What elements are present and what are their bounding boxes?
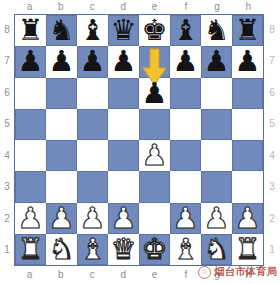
rank-label-1: 1 [0, 235, 14, 267]
file-label-e: e [139, 0, 170, 14]
square-b4[interactable] [46, 140, 77, 171]
piece-white-bishop[interactable]: ♝ [80, 234, 106, 265]
piece-white-pawn[interactable]: ♟ [235, 203, 261, 234]
square-g8[interactable]: ♞ [201, 15, 232, 46]
square-f7[interactable]: ♟ [170, 46, 201, 77]
square-a4[interactable] [15, 140, 46, 171]
piece-black-king[interactable]: ♚ [142, 15, 168, 46]
piece-black-pawn[interactable]: ♟ [204, 46, 230, 77]
chess-diagram: abcdefgh abcdefgh 87654321 87654321 ♜♞♝♛… [0, 0, 280, 284]
piece-white-queen[interactable]: ♛ [111, 234, 137, 265]
square-h3[interactable] [232, 171, 263, 202]
square-e8[interactable]: ♚ [139, 15, 170, 46]
square-e2[interactable] [139, 203, 170, 234]
square-h8[interactable]: ♜ [232, 15, 263, 46]
rank-label-7: 7 [0, 46, 14, 78]
piece-white-knight[interactable]: ♞ [49, 234, 75, 265]
rank-label-5: 5 [264, 109, 280, 141]
square-c4[interactable] [77, 140, 108, 171]
square-g7[interactable]: ♟ [201, 46, 232, 77]
file-label-g: g [202, 0, 233, 14]
square-a6[interactable] [15, 78, 46, 109]
square-c5[interactable] [77, 109, 108, 140]
rank-label-2: 2 [0, 203, 14, 235]
square-g2[interactable]: ♟ [201, 203, 232, 234]
square-e7[interactable] [139, 46, 170, 77]
rank-label-4: 4 [0, 140, 14, 172]
square-g6[interactable] [201, 78, 232, 109]
file-label-c: c [77, 266, 108, 284]
watermark-text: 烟台市体育局 [214, 265, 277, 279]
square-a5[interactable] [15, 109, 46, 140]
rank-label-6: 6 [0, 77, 14, 109]
piece-black-pawn[interactable]: ♟ [111, 46, 137, 77]
square-c2[interactable]: ♟ [77, 203, 108, 234]
rank-label-4: 4 [264, 140, 280, 172]
square-g5[interactable] [201, 109, 232, 140]
square-e1[interactable]: ♚ [139, 234, 170, 265]
square-c6[interactable] [77, 78, 108, 109]
square-c1[interactable]: ♝ [77, 234, 108, 265]
piece-white-pawn[interactable]: ♟ [80, 203, 106, 234]
square-d5[interactable] [108, 109, 139, 140]
piece-white-rook[interactable]: ♜ [18, 234, 44, 265]
square-h4[interactable] [232, 140, 263, 171]
piece-white-pawn[interactable]: ♟ [204, 203, 230, 234]
file-label-a: a [14, 0, 45, 14]
file-labels-top: abcdefgh [14, 0, 264, 14]
rank-labels-left: 87654321 [0, 14, 14, 266]
square-c8[interactable]: ♝ [77, 15, 108, 46]
square-h2[interactable]: ♟ [232, 203, 263, 234]
piece-black-rook[interactable]: ♜ [235, 15, 261, 46]
file-label-f: f [170, 266, 201, 284]
piece-white-pawn[interactable]: ♟ [18, 203, 44, 234]
square-g3[interactable] [201, 171, 232, 202]
square-d3[interactable] [108, 171, 139, 202]
square-d2[interactable]: ♟ [108, 203, 139, 234]
square-d7[interactable]: ♟ [108, 46, 139, 77]
piece-black-pawn[interactable]: ♟ [235, 46, 261, 77]
square-d8[interactable]: ♛ [108, 15, 139, 46]
file-label-b: b [45, 0, 76, 14]
piece-black-pawn[interactable]: ♟ [18, 46, 44, 77]
square-e6[interactable]: ♟ [139, 78, 170, 109]
square-c3[interactable] [77, 171, 108, 202]
piece-black-knight[interactable]: ♞ [204, 15, 230, 46]
piece-black-pawn[interactable]: ♟ [49, 46, 75, 77]
rank-label-7: 7 [264, 46, 280, 78]
rank-label-8: 8 [0, 14, 14, 46]
square-d1[interactable]: ♛ [108, 234, 139, 265]
piece-black-bishop[interactable]: ♝ [80, 15, 106, 46]
piece-white-pawn[interactable]: ♟ [111, 203, 137, 234]
square-d6[interactable] [108, 78, 139, 109]
rank-label-5: 5 [0, 109, 14, 141]
square-h6[interactable] [232, 78, 263, 109]
piece-white-pawn[interactable]: ♟ [173, 203, 199, 234]
square-f2[interactable]: ♟ [170, 203, 201, 234]
rank-label-3: 3 [0, 172, 14, 204]
piece-black-bishop[interactable]: ♝ [173, 15, 199, 46]
square-a7[interactable]: ♟ [15, 46, 46, 77]
rank-label-8: 8 [264, 14, 280, 46]
rank-label-3: 3 [264, 172, 280, 204]
square-f4[interactable] [170, 140, 201, 171]
rank-label-6: 6 [264, 77, 280, 109]
file-label-e: e [139, 266, 170, 284]
red-circular-emblem-icon: ☆ [198, 266, 211, 279]
piece-white-pawn[interactable]: ♟ [142, 140, 168, 171]
square-b1[interactable]: ♞ [46, 234, 77, 265]
piece-white-pawn[interactable]: ♟ [49, 203, 75, 234]
piece-black-rook[interactable]: ♜ [18, 15, 44, 46]
square-f1[interactable]: ♝ [170, 234, 201, 265]
square-a3[interactable] [15, 171, 46, 202]
square-e4[interactable]: ♟ [139, 140, 170, 171]
square-b6[interactable] [46, 78, 77, 109]
square-e5[interactable] [139, 109, 170, 140]
square-b2[interactable]: ♟ [46, 203, 77, 234]
watermark: ☆ 烟台市体育局 [198, 260, 280, 284]
file-label-h: h [233, 0, 264, 14]
square-f3[interactable] [170, 171, 201, 202]
square-h7[interactable]: ♟ [232, 46, 263, 77]
square-b3[interactable] [46, 171, 77, 202]
file-label-f: f [170, 0, 201, 14]
piece-black-knight[interactable]: ♞ [49, 15, 75, 46]
file-label-d: d [108, 0, 139, 14]
square-a8[interactable]: ♜ [15, 15, 46, 46]
square-f5[interactable] [170, 109, 201, 140]
square-b8[interactable]: ♞ [46, 15, 77, 46]
square-d4[interactable] [108, 140, 139, 171]
file-label-d: d [108, 266, 139, 284]
square-b7[interactable]: ♟ [46, 46, 77, 77]
piece-white-bishop[interactable]: ♝ [173, 234, 199, 265]
file-label-a: a [14, 266, 45, 284]
square-f6[interactable] [170, 78, 201, 109]
square-e3[interactable] [139, 171, 170, 202]
square-c7[interactable]: ♟ [77, 46, 108, 77]
square-h5[interactable] [232, 109, 263, 140]
rank-label-2: 2 [264, 203, 280, 235]
piece-black-queen[interactable]: ♛ [111, 15, 137, 46]
chess-board: ♜♞♝♛♚♝♞♜♟♟♟♟♟♟♟♟♟♟♟♟♟♟♟♟♜♞♝♛♚♝♞♜ [14, 14, 264, 266]
rank-labels-right: 87654321 [264, 14, 280, 266]
square-b5[interactable] [46, 109, 77, 140]
square-a2[interactable]: ♟ [15, 203, 46, 234]
piece-black-pawn[interactable]: ♟ [80, 46, 106, 77]
piece-black-pawn[interactable]: ♟ [173, 46, 199, 77]
file-label-b: b [45, 266, 76, 284]
square-a1[interactable]: ♜ [15, 234, 46, 265]
piece-black-pawn[interactable]: ♟ [142, 78, 168, 109]
square-f8[interactable]: ♝ [170, 15, 201, 46]
piece-white-king[interactable]: ♚ [142, 234, 168, 265]
file-label-c: c [77, 0, 108, 14]
square-g4[interactable] [201, 140, 232, 171]
